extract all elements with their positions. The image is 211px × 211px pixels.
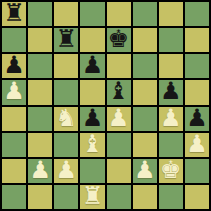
square-d6[interactable]: ♟	[80, 54, 104, 78]
square-a2[interactable]	[2, 159, 26, 183]
square-h1[interactable]	[185, 185, 209, 209]
square-c7[interactable]: ♜	[54, 28, 78, 52]
square-d2[interactable]	[80, 159, 104, 183]
square-f5[interactable]	[133, 80, 157, 104]
square-b2[interactable]: ♟	[28, 159, 52, 183]
square-d5[interactable]	[80, 80, 104, 104]
square-a6[interactable]: ♟	[2, 54, 26, 78]
white-pawn-piece[interactable]: ♟	[108, 107, 130, 130]
square-g8[interactable]	[159, 2, 183, 26]
square-e7[interactable]: ♚	[107, 28, 131, 52]
square-a8[interactable]: ♜	[2, 2, 26, 26]
white-pawn-piece[interactable]: ♟	[29, 159, 51, 182]
white-bishop-piece[interactable]: ♝	[82, 133, 104, 156]
square-a5[interactable]: ♟	[2, 80, 26, 104]
black-rook-piece[interactable]: ♜	[3, 2, 25, 25]
black-rook-piece[interactable]: ♜	[56, 28, 78, 51]
square-g3[interactable]	[159, 133, 183, 157]
square-g4[interactable]: ♟	[159, 107, 183, 131]
square-h2[interactable]	[185, 159, 209, 183]
black-pawn-piece[interactable]: ♟	[160, 80, 182, 103]
square-e2[interactable]	[107, 159, 131, 183]
square-b7[interactable]	[28, 28, 52, 52]
square-b3[interactable]	[28, 133, 52, 157]
square-c3[interactable]	[54, 133, 78, 157]
square-c4[interactable]: ♞	[54, 107, 78, 131]
square-e5[interactable]: ♝	[107, 80, 131, 104]
square-f8[interactable]	[133, 2, 157, 26]
black-pawn-piece[interactable]: ♟	[82, 54, 104, 77]
square-g7[interactable]	[159, 28, 183, 52]
square-e3[interactable]	[107, 133, 131, 157]
white-king-piece[interactable]: ♚	[160, 159, 182, 182]
black-bishop-piece[interactable]: ♝	[108, 80, 130, 103]
black-pawn-piece[interactable]: ♟	[186, 107, 208, 130]
black-pawn-piece[interactable]: ♟	[82, 107, 104, 130]
square-b5[interactable]	[28, 80, 52, 104]
square-f7[interactable]	[133, 28, 157, 52]
square-b6[interactable]	[28, 54, 52, 78]
square-c6[interactable]	[54, 54, 78, 78]
square-e8[interactable]	[107, 2, 131, 26]
square-a3[interactable]	[2, 133, 26, 157]
square-h6[interactable]	[185, 54, 209, 78]
white-pawn-piece[interactable]: ♟	[160, 107, 182, 130]
square-h3[interactable]: ♟	[185, 133, 209, 157]
square-g1[interactable]	[159, 185, 183, 209]
square-b8[interactable]	[28, 2, 52, 26]
square-b4[interactable]	[28, 107, 52, 131]
white-rook-piece[interactable]: ♜	[82, 185, 104, 208]
square-a1[interactable]	[2, 185, 26, 209]
square-g6[interactable]	[159, 54, 183, 78]
square-a4[interactable]	[2, 107, 26, 131]
square-d4[interactable]: ♟	[80, 107, 104, 131]
white-pawn-piece[interactable]: ♟	[56, 159, 78, 182]
square-f2[interactable]: ♟	[133, 159, 157, 183]
chess-board: ♜♜♚♟♟♟♝♟♞♟♟♟♟♝♟♟♟♟♚♜	[0, 0, 211, 211]
square-h8[interactable]	[185, 2, 209, 26]
square-c1[interactable]	[54, 185, 78, 209]
square-c8[interactable]	[54, 2, 78, 26]
square-d8[interactable]	[80, 2, 104, 26]
square-g2[interactable]: ♚	[159, 159, 183, 183]
black-pawn-piece[interactable]: ♟	[3, 54, 25, 77]
square-g5[interactable]: ♟	[159, 80, 183, 104]
white-pawn-piece[interactable]: ♟	[3, 80, 25, 103]
black-king-piece[interactable]: ♚	[108, 28, 130, 51]
square-c2[interactable]: ♟	[54, 159, 78, 183]
square-h4[interactable]: ♟	[185, 107, 209, 131]
square-e6[interactable]	[107, 54, 131, 78]
square-h5[interactable]	[185, 80, 209, 104]
square-a7[interactable]	[2, 28, 26, 52]
white-pawn-piece[interactable]: ♟	[186, 133, 208, 156]
square-e1[interactable]	[107, 185, 131, 209]
white-pawn-piece[interactable]: ♟	[134, 159, 156, 182]
square-f1[interactable]	[133, 185, 157, 209]
square-f4[interactable]	[133, 107, 157, 131]
square-e4[interactable]: ♟	[107, 107, 131, 131]
square-h7[interactable]	[185, 28, 209, 52]
square-d3[interactable]: ♝	[80, 133, 104, 157]
square-d1[interactable]: ♜	[80, 185, 104, 209]
square-b1[interactable]	[28, 185, 52, 209]
square-f3[interactable]	[133, 133, 157, 157]
white-knight-piece[interactable]: ♞	[56, 107, 78, 130]
square-c5[interactable]	[54, 80, 78, 104]
square-f6[interactable]	[133, 54, 157, 78]
square-d7[interactable]	[80, 28, 104, 52]
